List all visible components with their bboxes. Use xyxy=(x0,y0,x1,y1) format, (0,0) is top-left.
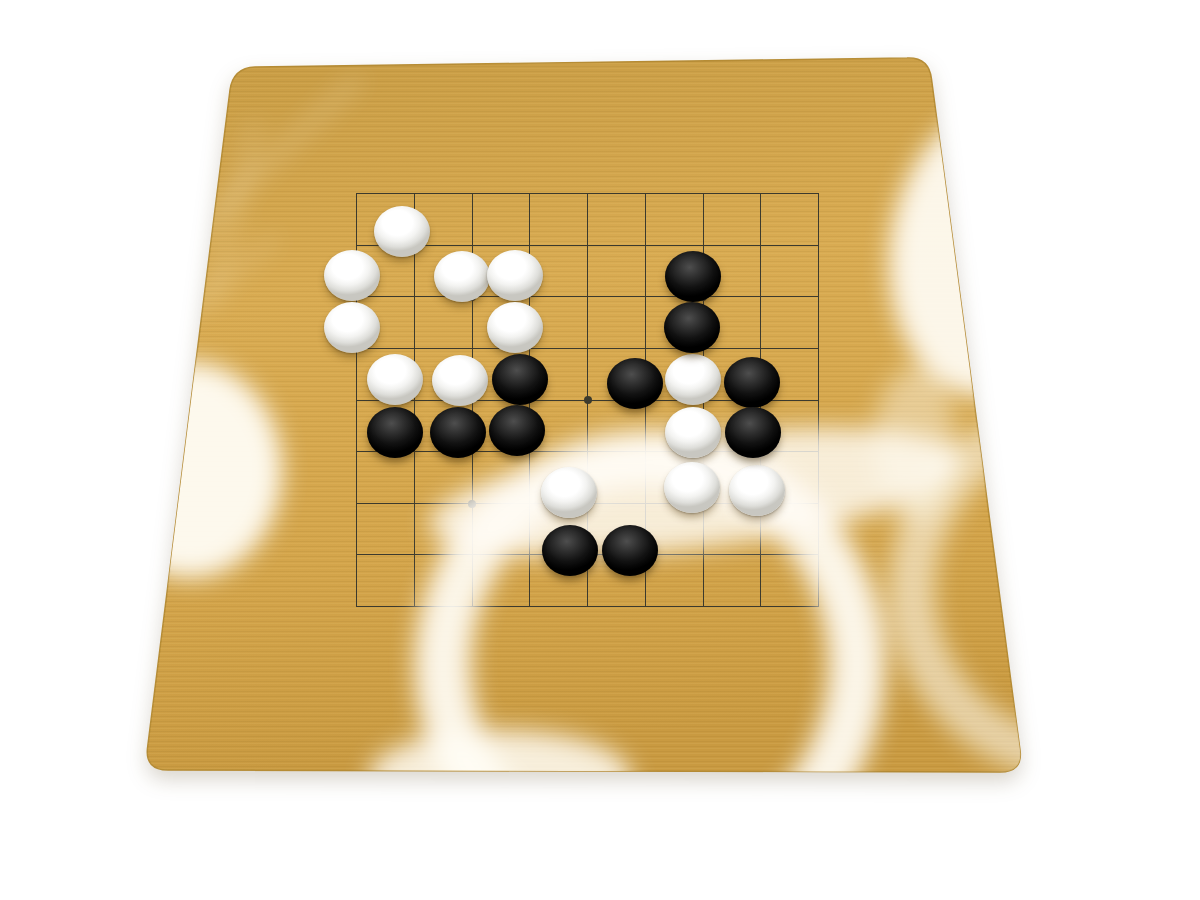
white-stone xyxy=(664,462,720,513)
white-stone xyxy=(665,407,721,458)
black-stone xyxy=(542,525,598,576)
black-stone xyxy=(664,302,720,353)
black-stone xyxy=(725,407,781,458)
black-stone xyxy=(665,251,721,302)
black-stone xyxy=(602,525,658,576)
black-stone xyxy=(724,357,780,408)
white-stone xyxy=(487,250,543,301)
white-stone xyxy=(432,355,488,406)
black-stone xyxy=(489,405,545,456)
white-stone xyxy=(367,354,423,405)
black-stone xyxy=(492,354,548,405)
white-stone xyxy=(665,354,721,405)
white-stone xyxy=(487,302,543,353)
stones-layer xyxy=(356,193,819,607)
photo-scene xyxy=(0,0,1200,900)
white-stone xyxy=(434,251,490,302)
white-stone xyxy=(324,250,380,301)
black-stone xyxy=(607,358,663,409)
white-stone xyxy=(324,302,380,353)
white-stone xyxy=(374,206,430,257)
white-stone xyxy=(541,467,597,518)
black-stone xyxy=(367,407,423,458)
white-stone xyxy=(729,465,785,516)
black-stone xyxy=(430,407,486,458)
